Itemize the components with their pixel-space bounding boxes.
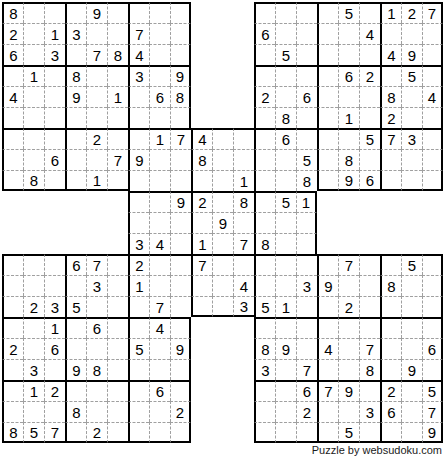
cell-r14c8[interactable] xyxy=(149,275,170,296)
cell-r7c12[interactable] xyxy=(233,128,254,149)
cell-r16c7[interactable] xyxy=(128,317,149,338)
puzzle-credit: Puzzle by websudoku.com xyxy=(312,444,442,456)
cell-r16c20[interactable] xyxy=(401,317,422,338)
cell-r14c18[interactable] xyxy=(359,275,380,296)
cell-r18c1[interactable] xyxy=(2,359,23,380)
cell-r15c21[interactable] xyxy=(422,296,443,317)
given-r18c15: 7 xyxy=(296,359,317,380)
cell-r6c4[interactable] xyxy=(65,107,86,128)
cell-r7c16[interactable] xyxy=(317,128,338,149)
cell-r4c13[interactable] xyxy=(254,65,275,86)
cell-r10c13[interactable] xyxy=(254,191,275,212)
cell-r17c4[interactable] xyxy=(65,338,86,359)
cell-r20c1[interactable] xyxy=(2,401,23,422)
cell-r5c3[interactable] xyxy=(44,86,65,107)
cell-r9c7[interactable] xyxy=(128,170,149,191)
cell-r18c17[interactable] xyxy=(338,359,359,380)
cell-r9c16[interactable] xyxy=(317,170,338,191)
given-r2c4: 3 xyxy=(65,23,86,44)
cell-r20c2[interactable] xyxy=(23,401,44,422)
cell-r5c17[interactable] xyxy=(338,86,359,107)
cell-r12c11[interactable] xyxy=(212,233,233,254)
given-r4c20: 5 xyxy=(401,65,422,86)
cell-r16c13[interactable] xyxy=(254,317,275,338)
cell-r8c19[interactable] xyxy=(380,149,401,170)
cell-r8c21[interactable] xyxy=(422,149,443,170)
cell-r5c2[interactable] xyxy=(23,86,44,107)
cell-r3c18[interactable] xyxy=(359,44,380,65)
cell-r17c2[interactable] xyxy=(23,338,44,359)
cell-r15c10[interactable] xyxy=(191,296,212,317)
cell-r8c5[interactable] xyxy=(86,149,107,170)
cell-r9c1[interactable] xyxy=(2,170,23,191)
cell-r14c2[interactable] xyxy=(23,275,44,296)
cell-r1c3[interactable] xyxy=(44,2,65,23)
cell-r1c4[interactable] xyxy=(65,2,86,23)
cell-r18c14[interactable] xyxy=(275,359,296,380)
cell-r4c5[interactable] xyxy=(86,65,107,86)
cell-r4c6[interactable] xyxy=(107,65,128,86)
cell-r2c5[interactable] xyxy=(86,23,107,44)
cell-r13c3[interactable] xyxy=(44,254,65,275)
cell-r21c4[interactable] xyxy=(65,422,86,443)
cell-r11c14[interactable] xyxy=(275,212,296,233)
cell-r14c9[interactable] xyxy=(170,275,191,296)
cell-r11c12[interactable] xyxy=(233,212,254,233)
board-gap xyxy=(422,191,443,212)
cell-r2c9[interactable] xyxy=(170,23,191,44)
board-gap xyxy=(359,212,380,233)
given-r15c8: 7 xyxy=(149,296,170,317)
cell-r5c18[interactable] xyxy=(359,86,380,107)
board-gap xyxy=(422,233,443,254)
cell-r13c2[interactable] xyxy=(23,254,44,275)
cell-r20c5[interactable] xyxy=(86,401,107,422)
cell-r7c13[interactable] xyxy=(254,128,275,149)
cell-r15c6[interactable] xyxy=(107,296,128,317)
cell-r8c20[interactable] xyxy=(401,149,422,170)
cell-r1c16[interactable] xyxy=(317,2,338,23)
cell-r8c4[interactable] xyxy=(65,149,86,170)
given-r5c1: 4 xyxy=(2,86,23,107)
cell-r16c2[interactable] xyxy=(23,317,44,338)
cell-r4c8[interactable] xyxy=(149,65,170,86)
cell-r6c8[interactable] xyxy=(149,107,170,128)
cell-r14c21[interactable] xyxy=(422,275,443,296)
cell-r8c13[interactable] xyxy=(254,149,275,170)
cell-r1c13[interactable] xyxy=(254,2,275,23)
cell-r8c1[interactable] xyxy=(2,149,23,170)
cell-r20c16[interactable] xyxy=(317,401,338,422)
cell-r16c9[interactable] xyxy=(170,317,191,338)
cell-r17c6[interactable] xyxy=(107,338,128,359)
cell-r20c8[interactable] xyxy=(149,401,170,422)
cell-r5c5[interactable] xyxy=(86,86,107,107)
cell-r17c17[interactable] xyxy=(338,338,359,359)
given-r15c17: 2 xyxy=(338,296,359,317)
cell-r3c21[interactable] xyxy=(422,44,443,65)
cell-r14c4[interactable] xyxy=(65,275,86,296)
cell-r11c9[interactable] xyxy=(170,212,191,233)
cell-r18c16[interactable] xyxy=(317,359,338,380)
cell-r19c14[interactable] xyxy=(275,380,296,401)
cell-r15c15[interactable] xyxy=(296,296,317,317)
cell-r6c2[interactable] xyxy=(23,107,44,128)
given-r17c21: 6 xyxy=(422,338,443,359)
cell-r13c1[interactable] xyxy=(2,254,23,275)
given-r13c5: 7 xyxy=(86,254,107,275)
cell-r16c15[interactable] xyxy=(296,317,317,338)
cell-r19c18[interactable] xyxy=(359,380,380,401)
cell-r15c20[interactable] xyxy=(401,296,422,317)
cell-r18c9[interactable] xyxy=(170,359,191,380)
cell-r7c6[interactable] xyxy=(107,128,128,149)
cell-r7c11[interactable] xyxy=(212,128,233,149)
cell-r21c14[interactable] xyxy=(275,422,296,443)
cell-r6c13[interactable] xyxy=(254,107,275,128)
cell-r9c21[interactable] xyxy=(422,170,443,191)
cell-r1c9[interactable] xyxy=(170,2,191,23)
cell-r6c20[interactable] xyxy=(401,107,422,128)
cell-r20c14[interactable] xyxy=(275,401,296,422)
given-r14c19: 8 xyxy=(380,275,401,296)
cell-r14c14[interactable] xyxy=(275,275,296,296)
cell-r11c7[interactable] xyxy=(128,212,149,233)
cell-r9c11[interactable] xyxy=(212,170,233,191)
board-gap xyxy=(359,191,380,212)
cell-r21c18[interactable] xyxy=(359,422,380,443)
board-gap xyxy=(65,191,86,212)
cell-r15c16[interactable] xyxy=(317,296,338,317)
given-r12c8: 4 xyxy=(149,233,170,254)
cell-r4c1[interactable] xyxy=(2,65,23,86)
cell-r18c3[interactable] xyxy=(44,359,65,380)
given-r17c1: 2 xyxy=(2,338,23,359)
cell-r3c15[interactable] xyxy=(296,44,317,65)
cell-r18c19[interactable] xyxy=(380,359,401,380)
cell-r16c1[interactable] xyxy=(2,317,23,338)
cell-r9c14[interactable] xyxy=(275,170,296,191)
given-r10c15: 1 xyxy=(296,191,317,212)
given-r9c5: 1 xyxy=(86,170,107,191)
cell-r19c20[interactable] xyxy=(401,380,422,401)
cell-r21c19[interactable] xyxy=(380,422,401,443)
cell-r8c16[interactable] xyxy=(317,149,338,170)
given-r15c4: 5 xyxy=(65,296,86,317)
cell-r19c7[interactable] xyxy=(128,380,149,401)
given-r20c9: 2 xyxy=(170,401,191,422)
cell-r8c18[interactable] xyxy=(359,149,380,170)
cell-r2c14[interactable] xyxy=(275,23,296,44)
cell-r3c4[interactable] xyxy=(65,44,86,65)
cell-r3c9[interactable] xyxy=(170,44,191,65)
cell-r19c6[interactable] xyxy=(107,380,128,401)
cell-r11c15[interactable] xyxy=(296,212,317,233)
cell-r13c18[interactable] xyxy=(359,254,380,275)
cell-r17c5[interactable] xyxy=(86,338,107,359)
given-r15c12: 3 xyxy=(233,296,254,317)
given-r5c19: 8 xyxy=(380,86,401,107)
cell-r15c1[interactable] xyxy=(2,296,23,317)
cell-r7c3[interactable] xyxy=(44,128,65,149)
cell-r5c16[interactable] xyxy=(317,86,338,107)
cell-r19c5[interactable] xyxy=(86,380,107,401)
cell-r4c16[interactable] xyxy=(317,65,338,86)
cell-r16c6[interactable] xyxy=(107,317,128,338)
cell-r7c1[interactable] xyxy=(2,128,23,149)
given-r8c6: 7 xyxy=(107,149,128,170)
cell-r8c12[interactable] xyxy=(233,149,254,170)
cell-r13c16[interactable] xyxy=(317,254,338,275)
cell-r9c19[interactable] xyxy=(380,170,401,191)
cell-r6c7[interactable] xyxy=(128,107,149,128)
cell-r13c6[interactable] xyxy=(107,254,128,275)
cell-r20c7[interactable] xyxy=(128,401,149,422)
cell-r16c19[interactable] xyxy=(380,317,401,338)
cell-r1c8[interactable] xyxy=(149,2,170,23)
cell-r21c6[interactable] xyxy=(107,422,128,443)
cell-r15c5[interactable] xyxy=(86,296,107,317)
cell-r1c18[interactable] xyxy=(359,2,380,23)
board-gap xyxy=(317,233,338,254)
board-gap xyxy=(233,23,254,44)
cell-r15c9[interactable] xyxy=(170,296,191,317)
cell-r19c1[interactable] xyxy=(2,380,23,401)
given-r4c9: 9 xyxy=(170,65,191,86)
board-gap xyxy=(65,233,86,254)
cell-r1c7[interactable] xyxy=(128,2,149,23)
cell-r2c19[interactable] xyxy=(380,23,401,44)
cell-r14c11[interactable] xyxy=(212,275,233,296)
given-r17c13: 8 xyxy=(254,338,275,359)
cell-r16c14[interactable] xyxy=(275,317,296,338)
cell-r11c13[interactable] xyxy=(254,212,275,233)
cell-r7c17[interactable] xyxy=(338,128,359,149)
cell-r8c8[interactable] xyxy=(149,149,170,170)
cell-r3c16[interactable] xyxy=(317,44,338,65)
cell-r11c10[interactable] xyxy=(191,212,212,233)
cell-r6c1[interactable] xyxy=(2,107,23,128)
cell-r20c13[interactable] xyxy=(254,401,275,422)
cell-r10c8[interactable] xyxy=(149,191,170,212)
cell-r15c7[interactable] xyxy=(128,296,149,317)
given-r3c1: 6 xyxy=(2,44,23,65)
given-r19c2: 1 xyxy=(23,380,44,401)
cell-r20c3[interactable] xyxy=(44,401,65,422)
cell-r9c20[interactable] xyxy=(401,170,422,191)
cell-r4c3[interactable] xyxy=(44,65,65,86)
cell-r5c7[interactable] xyxy=(128,86,149,107)
cell-r2c2[interactable] xyxy=(23,23,44,44)
cell-r13c15[interactable] xyxy=(296,254,317,275)
cell-r5c14[interactable] xyxy=(275,86,296,107)
cell-r14c1[interactable] xyxy=(2,275,23,296)
cell-r2c16[interactable] xyxy=(317,23,338,44)
cell-r4c14[interactable] xyxy=(275,65,296,86)
cell-r7c15[interactable] xyxy=(296,128,317,149)
given-r7c20: 3 xyxy=(401,128,422,149)
board-gap xyxy=(233,44,254,65)
cell-r8c14[interactable] xyxy=(275,149,296,170)
cell-r20c17[interactable] xyxy=(338,401,359,422)
cell-r3c13[interactable] xyxy=(254,44,275,65)
cell-r8c2[interactable] xyxy=(23,149,44,170)
cell-r2c20[interactable] xyxy=(401,23,422,44)
cell-r14c10[interactable] xyxy=(191,275,212,296)
board-gap xyxy=(107,191,128,212)
cell-r4c21[interactable] xyxy=(422,65,443,86)
given-r4c4: 8 xyxy=(65,65,86,86)
cell-r6c3[interactable] xyxy=(44,107,65,128)
cell-r2c8[interactable] xyxy=(149,23,170,44)
cell-r2c17[interactable] xyxy=(338,23,359,44)
cell-r13c21[interactable] xyxy=(422,254,443,275)
cell-r8c11[interactable] xyxy=(212,149,233,170)
cell-r9c9[interactable] xyxy=(170,170,191,191)
cell-r18c21[interactable] xyxy=(422,359,443,380)
cell-r14c20[interactable] xyxy=(401,275,422,296)
cell-r13c9[interactable] xyxy=(170,254,191,275)
cell-r16c4[interactable] xyxy=(65,317,86,338)
given-r19c8: 6 xyxy=(149,380,170,401)
board-gap xyxy=(233,422,254,443)
given-r4c2: 1 xyxy=(23,65,44,86)
cell-r19c9[interactable] xyxy=(170,380,191,401)
cell-r14c17[interactable] xyxy=(338,275,359,296)
cell-r7c21[interactable] xyxy=(422,128,443,149)
cell-r6c18[interactable] xyxy=(359,107,380,128)
cell-r16c21[interactable] xyxy=(422,317,443,338)
cell-r7c2[interactable] xyxy=(23,128,44,149)
cell-r21c7[interactable] xyxy=(128,422,149,443)
cell-r15c19[interactable] xyxy=(380,296,401,317)
cell-r13c19[interactable] xyxy=(380,254,401,275)
cell-r13c8[interactable] xyxy=(149,254,170,275)
board-gap xyxy=(86,233,107,254)
given-r20c19: 6 xyxy=(380,401,401,422)
cell-r14c6[interactable] xyxy=(107,275,128,296)
board-gap xyxy=(380,233,401,254)
cell-r3c2[interactable] xyxy=(23,44,44,65)
given-r8c10: 8 xyxy=(191,149,212,170)
cell-r21c13[interactable] xyxy=(254,422,275,443)
cell-r12c14[interactable] xyxy=(275,233,296,254)
given-r16c5: 6 xyxy=(86,317,107,338)
cell-r3c17[interactable] xyxy=(338,44,359,65)
cell-r7c4[interactable] xyxy=(65,128,86,149)
cell-r16c16[interactable] xyxy=(317,317,338,338)
given-r15c2: 2 xyxy=(23,296,44,317)
cell-r20c20[interactable] xyxy=(401,401,422,422)
given-r7c14: 6 xyxy=(275,128,296,149)
cell-r2c15[interactable] xyxy=(296,23,317,44)
board-gap xyxy=(191,23,212,44)
cell-r18c7[interactable] xyxy=(128,359,149,380)
given-r12c13: 8 xyxy=(254,233,275,254)
cell-r21c16[interactable] xyxy=(317,422,338,443)
cell-r13c11[interactable] xyxy=(212,254,233,275)
cell-r1c15[interactable] xyxy=(296,2,317,23)
given-r18c5: 8 xyxy=(86,359,107,380)
cell-r9c6[interactable] xyxy=(107,170,128,191)
cell-r6c21[interactable] xyxy=(422,107,443,128)
given-r13c7: 2 xyxy=(128,254,149,275)
cell-r5c20[interactable] xyxy=(401,86,422,107)
cell-r17c15[interactable] xyxy=(296,338,317,359)
cell-r21c9[interactable] xyxy=(170,422,191,443)
cell-r8c9[interactable] xyxy=(170,149,191,170)
cell-r4c15[interactable] xyxy=(296,65,317,86)
cell-r9c4[interactable] xyxy=(65,170,86,191)
cell-r9c8[interactable] xyxy=(149,170,170,191)
given-r17c16: 4 xyxy=(317,338,338,359)
board-gap xyxy=(233,359,254,380)
cell-r16c18[interactable] xyxy=(359,317,380,338)
cell-r10c11[interactable] xyxy=(212,191,233,212)
cell-r13c14[interactable] xyxy=(275,254,296,275)
cell-r19c4[interactable] xyxy=(65,380,86,401)
cell-r6c6[interactable] xyxy=(107,107,128,128)
cell-r16c17[interactable] xyxy=(338,317,359,338)
cell-r12c15[interactable] xyxy=(296,233,317,254)
cell-r1c2[interactable] xyxy=(23,2,44,23)
given-r21c17: 5 xyxy=(338,422,359,443)
cell-r6c16[interactable] xyxy=(317,107,338,128)
cell-r15c11[interactable] xyxy=(212,296,233,317)
cell-r9c10[interactable] xyxy=(191,170,212,191)
cell-r19c13[interactable] xyxy=(254,380,275,401)
cell-r11c8[interactable] xyxy=(149,212,170,233)
cell-r14c3[interactable] xyxy=(44,275,65,296)
cell-r6c9[interactable] xyxy=(170,107,191,128)
cell-r4c19[interactable] xyxy=(380,65,401,86)
cell-r17c19[interactable] xyxy=(380,338,401,359)
cell-r10c7[interactable] xyxy=(128,191,149,212)
cell-r2c21[interactable] xyxy=(422,23,443,44)
cell-r2c6[interactable] xyxy=(107,23,128,44)
cell-r14c13[interactable] xyxy=(254,275,275,296)
given-r14c15: 3 xyxy=(296,275,317,296)
cell-r1c6[interactable] xyxy=(107,2,128,23)
cell-r20c6[interactable] xyxy=(107,401,128,422)
cell-r17c20[interactable] xyxy=(401,338,422,359)
board-gap xyxy=(212,86,233,107)
cell-r18c6[interactable] xyxy=(107,359,128,380)
cell-r15c18[interactable] xyxy=(359,296,380,317)
board-gap xyxy=(233,317,254,338)
cell-r3c8[interactable] xyxy=(149,44,170,65)
cell-r7c7[interactable] xyxy=(128,128,149,149)
cell-r21c20[interactable] xyxy=(401,422,422,443)
given-r2c13: 6 xyxy=(254,23,275,44)
cell-r13c12[interactable] xyxy=(233,254,254,275)
cell-r9c13[interactable] xyxy=(254,170,275,191)
cell-r1c14[interactable] xyxy=(275,2,296,23)
board-gap xyxy=(191,401,212,422)
cell-r21c8[interactable] xyxy=(149,422,170,443)
given-r20c18: 3 xyxy=(359,401,380,422)
cell-r6c5[interactable] xyxy=(86,107,107,128)
board-gap xyxy=(212,317,233,338)
cell-r18c8[interactable] xyxy=(149,359,170,380)
given-r18c13: 3 xyxy=(254,359,275,380)
cell-r21c15[interactable] xyxy=(296,422,317,443)
cell-r6c15[interactable] xyxy=(296,107,317,128)
cell-r13c13[interactable] xyxy=(254,254,275,275)
cell-r17c8[interactable] xyxy=(149,338,170,359)
cell-r12c9[interactable] xyxy=(170,233,191,254)
cell-r9c3[interactable] xyxy=(44,170,65,191)
